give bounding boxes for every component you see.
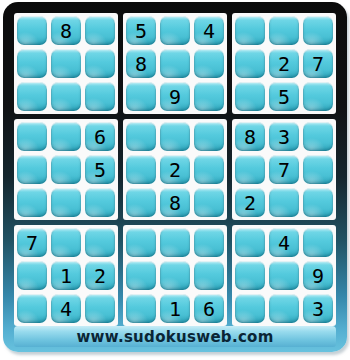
cell-r6c7[interactable]: 2 [235, 188, 265, 217]
cell-r2c3[interactable] [85, 49, 115, 78]
cell-r2c7[interactable] [235, 49, 265, 78]
cell-r8c3[interactable]: 2 [85, 261, 115, 290]
cell-r9c6[interactable]: 6 [194, 294, 224, 323]
cell-r1c9[interactable] [303, 16, 333, 45]
cell-r8c7[interactable] [235, 261, 265, 290]
cell-r5c9[interactable] [303, 155, 333, 184]
cell-r7c2[interactable] [51, 228, 81, 257]
footer-band: www.sudokusweb.com [14, 326, 336, 347]
cell-r8c8[interactable] [269, 261, 299, 290]
cell-r3c4[interactable] [126, 82, 156, 111]
sudoku-box-4: 65 [14, 119, 118, 220]
cell-r4c3[interactable]: 6 [85, 122, 115, 151]
sudoku-box-3: 275 [232, 13, 336, 114]
cell-r5c4[interactable] [126, 155, 156, 184]
cell-r6c1[interactable] [17, 188, 47, 217]
cell-r5c8[interactable]: 7 [269, 155, 299, 184]
cell-r7c3[interactable] [85, 228, 115, 257]
cell-r7c6[interactable] [194, 228, 224, 257]
cell-r7c7[interactable] [235, 228, 265, 257]
sudoku-box-8: 16 [123, 225, 227, 326]
cell-r4c8[interactable]: 3 [269, 122, 299, 151]
cell-r2c6[interactable] [194, 49, 224, 78]
cell-r1c8[interactable] [269, 16, 299, 45]
cell-r6c6[interactable] [194, 188, 224, 217]
sudoku-box-5: 28 [123, 119, 227, 220]
cell-r7c9[interactable] [303, 228, 333, 257]
cell-r6c9[interactable] [303, 188, 333, 217]
sudoku-box-6: 8372 [232, 119, 336, 220]
cell-r3c1[interactable] [17, 82, 47, 111]
cell-r9c9[interactable]: 3 [303, 294, 333, 323]
cell-r2c9[interactable]: 7 [303, 49, 333, 78]
cell-r5c5[interactable]: 2 [160, 155, 190, 184]
cell-r2c4[interactable]: 8 [126, 49, 156, 78]
cell-r3c5[interactable]: 9 [160, 82, 190, 111]
cell-r4c9[interactable] [303, 122, 333, 151]
cell-r6c8[interactable] [269, 188, 299, 217]
cell-r3c3[interactable] [85, 82, 115, 111]
sudoku-board-frame: 8548927565288372712416493 www.sudokusweb… [3, 2, 347, 352]
cell-r6c2[interactable] [51, 188, 81, 217]
cell-r8c1[interactable] [17, 261, 47, 290]
cell-r6c3[interactable] [85, 188, 115, 217]
cell-r5c2[interactable] [51, 155, 81, 184]
cell-r2c5[interactable] [160, 49, 190, 78]
cell-r6c4[interactable] [126, 188, 156, 217]
cell-r1c6[interactable]: 4 [194, 16, 224, 45]
cell-r3c6[interactable] [194, 82, 224, 111]
cell-r5c7[interactable] [235, 155, 265, 184]
cell-r9c4[interactable] [126, 294, 156, 323]
cell-r1c3[interactable] [85, 16, 115, 45]
cell-r8c2[interactable]: 1 [51, 261, 81, 290]
cell-r1c4[interactable]: 5 [126, 16, 156, 45]
cell-r9c2[interactable]: 4 [51, 294, 81, 323]
cell-r3c7[interactable] [235, 82, 265, 111]
cell-r1c2[interactable]: 8 [51, 16, 81, 45]
cell-r1c5[interactable] [160, 16, 190, 45]
cell-r9c8[interactable] [269, 294, 299, 323]
cell-r3c8[interactable]: 5 [269, 82, 299, 111]
cell-r8c5[interactable] [160, 261, 190, 290]
cell-r2c1[interactable] [17, 49, 47, 78]
cell-r9c3[interactable] [85, 294, 115, 323]
cell-r2c8[interactable]: 2 [269, 49, 299, 78]
cell-r5c3[interactable]: 5 [85, 155, 115, 184]
cell-r8c9[interactable]: 9 [303, 261, 333, 290]
cell-r7c1[interactable]: 7 [17, 228, 47, 257]
cell-r9c7[interactable] [235, 294, 265, 323]
cell-r3c2[interactable] [51, 82, 81, 111]
cell-r9c1[interactable] [17, 294, 47, 323]
sudoku-grid: 8548927565288372712416493 [14, 13, 336, 326]
cell-r7c4[interactable] [126, 228, 156, 257]
sudoku-box-7: 7124 [14, 225, 118, 326]
cell-r3c9[interactable] [303, 82, 333, 111]
cell-r5c6[interactable] [194, 155, 224, 184]
cell-r4c6[interactable] [194, 122, 224, 151]
cell-r8c4[interactable] [126, 261, 156, 290]
cell-r1c1[interactable] [17, 16, 47, 45]
cell-r7c5[interactable] [160, 228, 190, 257]
cell-r4c2[interactable] [51, 122, 81, 151]
cell-r5c1[interactable] [17, 155, 47, 184]
cell-r2c2[interactable] [51, 49, 81, 78]
cell-r6c5[interactable]: 8 [160, 188, 190, 217]
cell-r4c5[interactable] [160, 122, 190, 151]
cell-r7c8[interactable]: 4 [269, 228, 299, 257]
sudoku-box-9: 493 [232, 225, 336, 326]
cell-r4c1[interactable] [17, 122, 47, 151]
sudoku-box-1: 8 [14, 13, 118, 114]
sudoku-box-2: 5489 [123, 13, 227, 114]
cell-r4c7[interactable]: 8 [235, 122, 265, 151]
cell-r1c7[interactable] [235, 16, 265, 45]
cell-r8c6[interactable] [194, 261, 224, 290]
cell-r4c4[interactable] [126, 122, 156, 151]
site-link[interactable]: www.sudokusweb.com [76, 328, 273, 346]
cell-r9c5[interactable]: 1 [160, 294, 190, 323]
